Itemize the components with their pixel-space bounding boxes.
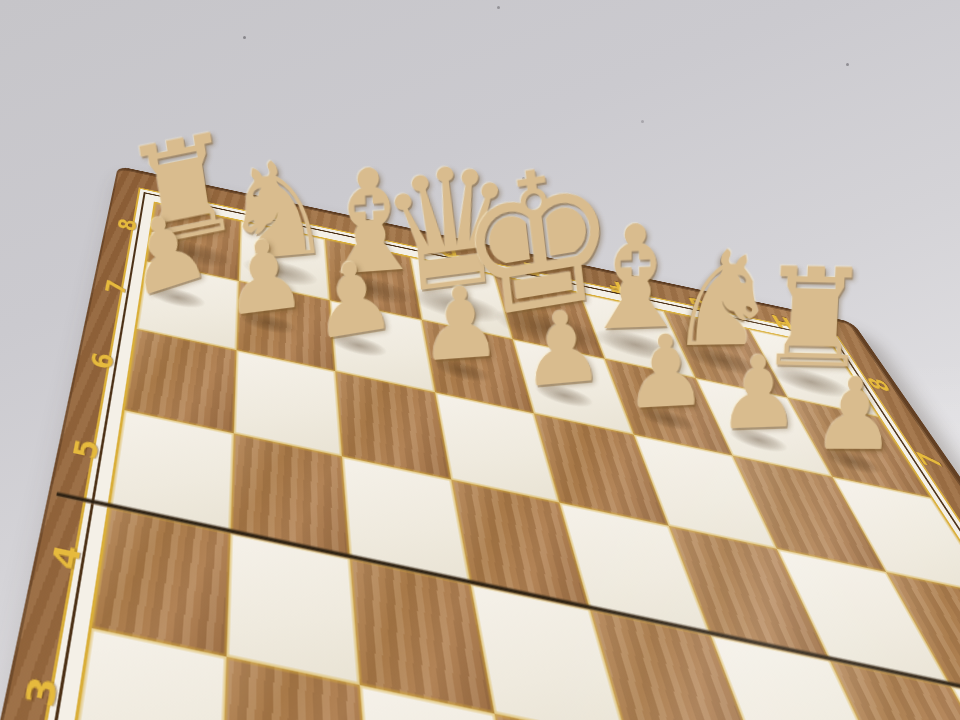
piece-white-pawn-b7[interactable]: ♟: [220, 226, 310, 329]
square-c5[interactable]: [342, 456, 470, 584]
rank-label-left-6: 6: [84, 349, 120, 372]
square-d4[interactable]: [470, 584, 628, 720]
square-b6[interactable]: [233, 350, 342, 456]
piece-white-pawn-e7[interactable]: ♟: [518, 299, 606, 401]
square-g5[interactable]: [777, 548, 950, 685]
square-c6[interactable]: [335, 371, 450, 479]
square-e6[interactable]: [534, 413, 668, 525]
square-h6[interactable]: [832, 477, 960, 595]
square-a3[interactable]: [69, 627, 226, 720]
square-c3[interactable]: [360, 684, 524, 720]
piece-white-pawn-f7[interactable]: ♟: [623, 323, 708, 422]
rank-label-left-5: 5: [65, 436, 105, 463]
square-f5[interactable]: [668, 525, 830, 660]
square-d5[interactable]: [451, 479, 590, 609]
square-a6[interactable]: [125, 329, 236, 433]
square-b5[interactable]: [230, 433, 350, 558]
square-h4[interactable]: [950, 686, 960, 720]
piece-white-pawn-c7[interactable]: ♟: [307, 247, 400, 353]
board-hinge-seam: [56, 491, 960, 720]
square-b3[interactable]: [221, 656, 373, 720]
piece-white-pawn-h7[interactable]: ♟: [811, 368, 898, 463]
square-h5[interactable]: [885, 571, 960, 711]
rank-label-left-3: 3: [15, 672, 67, 711]
piece-white-pawn-g7[interactable]: ♟: [717, 345, 801, 443]
square-b4[interactable]: [226, 533, 360, 685]
square-d6[interactable]: [435, 392, 560, 502]
square-a4[interactable]: [92, 507, 230, 656]
square-d3[interactable]: [494, 713, 676, 720]
square-c4[interactable]: [350, 558, 494, 713]
rank-label-right-7: 7: [909, 449, 950, 471]
square-g4[interactable]: [830, 660, 960, 720]
rank-label-left-4: 4: [43, 541, 88, 573]
square-e4[interactable]: [590, 609, 762, 720]
rank-label-left-7: 7: [99, 277, 132, 297]
square-f4[interactable]: [710, 635, 896, 720]
square-f6[interactable]: [633, 434, 776, 548]
square-a5[interactable]: [110, 410, 233, 533]
square-e5[interactable]: [559, 502, 710, 635]
square-g6[interactable]: [732, 456, 885, 572]
piece-white-pawn-d7[interactable]: ♟: [418, 275, 504, 375]
photo-backdrop: ABCDEFGH8877665544332211 ♜♞♝♛♚♝♞♜♟♟♟♟♟♟♟…: [0, 0, 960, 720]
dust-specks: [243, 36, 246, 39]
chess-board: ABCDEFGH8877665544332211 ♜♞♝♛♚♝♞♜♟♟♟♟♟♟♟…: [0, 166, 960, 720]
